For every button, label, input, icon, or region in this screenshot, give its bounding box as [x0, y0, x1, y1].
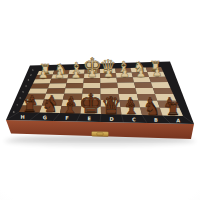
svg-text:♞: ♞ [144, 98, 160, 119]
piece-black-king-e8: ♚ [79, 88, 103, 119]
piece-white-pawn-b2: ♟ [136, 66, 146, 80]
svg-text:♟: ♟ [103, 66, 113, 80]
svg-text:♞: ♞ [42, 95, 58, 116]
piece-white-pawn-h2: ♟ [38, 67, 48, 81]
svg-text:♟: ♟ [136, 66, 146, 80]
svg-text:♜: ♜ [22, 96, 37, 116]
rank-label-2: 2 [30, 73, 32, 77]
svg-text:♟: ♟ [54, 67, 64, 81]
chess-set-photo: HGFEDCBA12345678♜♞♝♛♚♝♞♜♟♟♟♟♟♟♟♟♟♟♟♟♟♟♟♟… [0, 0, 200, 200]
piece-black-bishop-c8: ♝ [123, 96, 140, 118]
piece-white-pawn-a2: ♟ [152, 65, 162, 79]
photo-background: HGFEDCBA12345678♜♞♝♛♚♝♞♜♟♟♟♟♟♟♟♟♟♟♟♟♟♟♟♟… [0, 0, 200, 200]
piece-black-queen-d8: ♛ [101, 92, 122, 120]
svg-text:♟: ♟ [38, 67, 48, 81]
svg-text:♟: ♟ [71, 67, 81, 81]
rank-label-7: 7 [16, 103, 18, 107]
svg-text:♟: ♟ [87, 66, 97, 80]
svg-text:♛: ♛ [101, 92, 122, 120]
piece-white-pawn-e2: ♟ [87, 66, 97, 80]
piece-black-bishop-f8: ♝ [62, 95, 79, 117]
piece-white-pawn-c2: ♟ [120, 66, 130, 80]
svg-text:♟: ♟ [152, 65, 162, 79]
svg-text:♜: ♜ [165, 99, 180, 119]
rank-label-4: 4 [25, 84, 27, 88]
piece-black-knight-b8: ♞ [144, 98, 160, 119]
rank-label-5: 5 [22, 90, 24, 94]
svg-text:♝: ♝ [123, 96, 140, 118]
rank-label-3: 3 [28, 78, 30, 82]
piece-black-knight-g8: ♞ [42, 95, 58, 116]
svg-text:♟: ♟ [120, 66, 130, 80]
svg-text:♚: ♚ [79, 88, 103, 119]
rank-label-8: 8 [13, 110, 15, 114]
svg-text:♝: ♝ [62, 95, 79, 117]
piece-white-pawn-g2: ♟ [54, 67, 64, 81]
piece-black-rook-h8: ♜ [22, 96, 37, 116]
rank-label-1: 1 [32, 68, 34, 72]
brass-latch [91, 132, 108, 137]
piece-black-rook-a8: ♜ [165, 99, 180, 119]
piece-white-pawn-f2: ♟ [71, 67, 81, 81]
piece-white-pawn-d2: ♟ [103, 66, 113, 80]
